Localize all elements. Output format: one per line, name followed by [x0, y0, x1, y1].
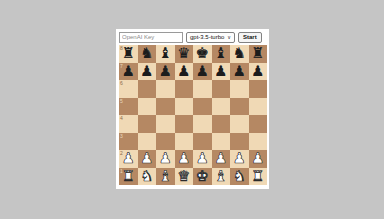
square-a8[interactable]: 8♜	[119, 45, 138, 63]
piece-white-pawn[interactable]: ♟	[175, 150, 194, 168]
square-g3[interactable]	[230, 133, 249, 151]
square-c2[interactable]: ♟	[156, 150, 175, 168]
square-h2[interactable]: ♟	[249, 150, 268, 168]
square-f6[interactable]	[212, 80, 231, 98]
square-f3[interactable]	[212, 133, 231, 151]
square-f1[interactable]: ♝	[212, 168, 231, 186]
openai-key-input[interactable]	[119, 32, 183, 43]
square-g2[interactable]: ♟	[230, 150, 249, 168]
piece-white-pawn[interactable]: ♟	[230, 150, 249, 168]
square-c7[interactable]: ♟	[156, 63, 175, 81]
rank-label-3: 3	[120, 133, 123, 139]
square-e3[interactable]	[193, 133, 212, 151]
piece-white-pawn[interactable]: ♟	[119, 150, 138, 168]
piece-black-bishop[interactable]: ♝	[156, 45, 175, 63]
square-d6[interactable]	[175, 80, 194, 98]
square-b7[interactable]: ♟	[138, 63, 157, 81]
rank-label-5: 5	[120, 98, 123, 104]
square-e5[interactable]	[193, 98, 212, 116]
piece-white-king[interactable]: ♚	[193, 168, 212, 186]
piece-black-king[interactable]: ♚	[193, 45, 212, 63]
square-b1[interactable]: ♞	[138, 168, 157, 186]
piece-white-bishop[interactable]: ♝	[212, 168, 231, 186]
piece-black-pawn[interactable]: ♟	[119, 63, 138, 81]
square-e4[interactable]	[193, 115, 212, 133]
piece-black-rook[interactable]: ♜	[249, 45, 268, 63]
toolbar: gpt-3.5-turbo ∨ Start	[116, 29, 269, 44]
square-a3[interactable]: 3	[119, 133, 138, 151]
square-h7[interactable]: ♟	[249, 63, 268, 81]
piece-black-pawn[interactable]: ♟	[156, 63, 175, 81]
piece-white-pawn[interactable]: ♟	[156, 150, 175, 168]
piece-black-pawn[interactable]: ♟	[249, 63, 268, 81]
chevron-down-icon: ∨	[227, 34, 231, 40]
piece-white-knight[interactable]: ♞	[138, 168, 157, 186]
square-h4[interactable]	[249, 115, 268, 133]
square-d4[interactable]	[175, 115, 194, 133]
square-f8[interactable]: ♝	[212, 45, 231, 63]
piece-black-pawn[interactable]: ♟	[175, 63, 194, 81]
piece-black-pawn[interactable]: ♟	[193, 63, 212, 81]
square-g7[interactable]: ♟	[230, 63, 249, 81]
piece-white-rook[interactable]: ♜	[119, 168, 138, 186]
square-h1[interactable]: ♜	[249, 168, 268, 186]
square-g1[interactable]: ♞	[230, 168, 249, 186]
piece-white-bishop[interactable]: ♝	[156, 168, 175, 186]
square-b6[interactable]	[138, 80, 157, 98]
square-c6[interactable]	[156, 80, 175, 98]
square-h5[interactable]	[249, 98, 268, 116]
square-d3[interactable]	[175, 133, 194, 151]
piece-black-knight[interactable]: ♞	[138, 45, 157, 63]
piece-white-pawn[interactable]: ♟	[138, 150, 157, 168]
square-g4[interactable]	[230, 115, 249, 133]
square-g8[interactable]: ♞	[230, 45, 249, 63]
rank-label-6: 6	[120, 80, 123, 86]
square-d7[interactable]: ♟	[175, 63, 194, 81]
square-b5[interactable]	[138, 98, 157, 116]
square-f7[interactable]: ♟	[212, 63, 231, 81]
piece-white-rook[interactable]: ♜	[249, 168, 268, 186]
square-b3[interactable]	[138, 133, 157, 151]
square-a4[interactable]: 4	[119, 115, 138, 133]
piece-black-pawn[interactable]: ♟	[212, 63, 231, 81]
square-d5[interactable]	[175, 98, 194, 116]
square-f2[interactable]: ♟	[212, 150, 231, 168]
square-a7[interactable]: 7♟	[119, 63, 138, 81]
square-b4[interactable]	[138, 115, 157, 133]
square-g5[interactable]	[230, 98, 249, 116]
square-c1[interactable]: ♝	[156, 168, 175, 186]
square-c5[interactable]	[156, 98, 175, 116]
app-panel: gpt-3.5-turbo ∨ Start 8♜♞♝♛♚♝♞♜7♟♟♟♟♟♟♟♟…	[116, 29, 269, 189]
square-e7[interactable]: ♟	[193, 63, 212, 81]
square-c8[interactable]: ♝	[156, 45, 175, 63]
piece-white-pawn[interactable]: ♟	[212, 150, 231, 168]
chess-board: 8♜♞♝♛♚♝♞♜7♟♟♟♟♟♟♟♟65432♟♟♟♟♟♟♟♟1♜♞♝♛♚♝♞♜	[119, 45, 267, 185]
piece-white-queen[interactable]: ♛	[175, 168, 194, 186]
square-h8[interactable]: ♜	[249, 45, 268, 63]
square-a6[interactable]: 6	[119, 80, 138, 98]
square-b8[interactable]: ♞	[138, 45, 157, 63]
piece-black-pawn[interactable]: ♟	[138, 63, 157, 81]
square-d8[interactable]: ♛	[175, 45, 194, 63]
square-h3[interactable]	[249, 133, 268, 151]
model-select-value: gpt-3.5-turbo	[190, 34, 224, 40]
piece-black-bishop[interactable]: ♝	[212, 45, 231, 63]
piece-white-knight[interactable]: ♞	[230, 168, 249, 186]
square-d2[interactable]: ♟	[175, 150, 194, 168]
square-f4[interactable]	[212, 115, 231, 133]
piece-black-knight[interactable]: ♞	[230, 45, 249, 63]
square-f5[interactable]	[212, 98, 231, 116]
square-c3[interactable]	[156, 133, 175, 151]
square-e6[interactable]	[193, 80, 212, 98]
square-d1[interactable]: ♛	[175, 168, 194, 186]
square-e2[interactable]: ♟	[193, 150, 212, 168]
square-g6[interactable]	[230, 80, 249, 98]
square-c4[interactable]	[156, 115, 175, 133]
piece-black-queen[interactable]: ♛	[175, 45, 194, 63]
rank-label-4: 4	[120, 115, 123, 121]
square-a5[interactable]: 5	[119, 98, 138, 116]
square-e1[interactable]: ♚	[193, 168, 212, 186]
square-h6[interactable]	[249, 80, 268, 98]
square-a2[interactable]: 2♟	[119, 150, 138, 168]
start-button[interactable]: Start	[238, 32, 262, 43]
piece-white-pawn[interactable]: ♟	[193, 150, 212, 168]
piece-white-pawn[interactable]: ♟	[249, 150, 268, 168]
square-b2[interactable]: ♟	[138, 150, 157, 168]
piece-black-rook[interactable]: ♜	[119, 45, 138, 63]
square-a1[interactable]: 1♜	[119, 168, 138, 186]
model-select[interactable]: gpt-3.5-turbo ∨	[186, 32, 235, 43]
piece-black-pawn[interactable]: ♟	[230, 63, 249, 81]
square-e8[interactable]: ♚	[193, 45, 212, 63]
